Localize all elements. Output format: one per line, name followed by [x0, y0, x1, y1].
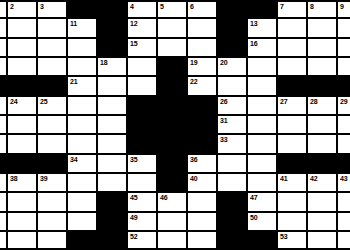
white-cell[interactable] [0, 19, 8, 38]
white-cell[interactable]: 33 [218, 135, 248, 154]
white-cell[interactable]: 47 [248, 193, 278, 212]
white-cell[interactable] [38, 135, 68, 154]
white-cell[interactable] [338, 58, 350, 77]
white-cell[interactable]: 13 [248, 19, 278, 38]
clue-number: 39 [40, 175, 47, 182]
black-cell [158, 77, 188, 96]
clue-number: 42 [310, 175, 317, 182]
black-cell [338, 77, 350, 96]
clue-number: 21 [70, 78, 77, 85]
black-cell [98, 232, 128, 250]
clue-number: 31 [220, 117, 227, 124]
white-cell[interactable]: 18 [98, 58, 128, 77]
white-cell[interactable]: 12 [128, 19, 158, 38]
white-cell[interactable]: 36 [188, 155, 218, 174]
white-cell[interactable] [188, 39, 218, 58]
white-cell[interactable] [68, 193, 98, 212]
white-cell[interactable] [308, 19, 338, 38]
white-cell[interactable]: 29 [338, 97, 350, 116]
white-cell[interactable]: 21 [68, 77, 98, 96]
white-cell[interactable] [0, 193, 8, 212]
white-cell[interactable] [158, 19, 188, 38]
black-cell [68, 0, 98, 19]
white-cell[interactable] [278, 213, 308, 232]
black-cell [8, 77, 38, 96]
clue-number: 15 [130, 40, 137, 47]
black-cell [0, 155, 8, 174]
white-cell[interactable] [338, 213, 350, 232]
clue-number: 22 [190, 78, 197, 85]
white-cell[interactable]: 4 [128, 0, 158, 19]
white-cell[interactable]: 7 [278, 0, 308, 19]
black-cell [158, 58, 188, 77]
clue-number: 41 [280, 175, 287, 182]
white-cell[interactable] [38, 19, 68, 38]
white-cell[interactable] [68, 174, 98, 193]
white-cell[interactable]: 41 [278, 174, 308, 193]
black-cell [68, 232, 98, 250]
clue-number: 19 [190, 59, 197, 66]
black-cell [278, 155, 308, 174]
black-cell [98, 213, 128, 232]
white-cell[interactable]: 49 [128, 213, 158, 232]
black-cell [218, 0, 248, 19]
white-cell[interactable]: 52 [128, 232, 158, 250]
clue-number: 6 [190, 3, 194, 10]
white-cell[interactable] [308, 232, 338, 250]
black-cell [338, 155, 350, 174]
black-cell [158, 97, 188, 116]
crossword-grid: 2345678911121315161819202122242526272829… [0, 0, 350, 250]
white-cell[interactable] [0, 174, 8, 193]
white-cell[interactable]: 26 [218, 97, 248, 116]
clue-number: 24 [10, 98, 17, 105]
white-cell[interactable] [278, 116, 308, 135]
clue-number: 4 [130, 3, 134, 10]
black-cell [98, 39, 128, 58]
white-cell[interactable]: 50 [248, 213, 278, 232]
clue-number: 38 [10, 175, 17, 182]
white-cell[interactable]: 11 [68, 19, 98, 38]
white-cell[interactable] [248, 77, 278, 96]
white-cell[interactable]: 9 [338, 0, 350, 19]
black-cell [218, 213, 248, 232]
white-cell[interactable] [308, 58, 338, 77]
white-cell[interactable] [338, 116, 350, 135]
white-cell[interactable] [338, 135, 350, 154]
white-cell[interactable] [0, 58, 8, 77]
white-cell[interactable] [338, 193, 350, 212]
white-cell[interactable] [0, 213, 8, 232]
white-cell[interactable]: 5 [158, 0, 188, 19]
white-cell[interactable] [98, 97, 128, 116]
black-cell [128, 97, 158, 116]
white-cell[interactable]: 45 [128, 193, 158, 212]
clue-number: 34 [70, 156, 77, 163]
white-cell[interactable] [8, 135, 38, 154]
white-cell[interactable]: 38 [8, 174, 38, 193]
white-cell[interactable]: 15 [128, 39, 158, 58]
black-cell [158, 135, 188, 154]
white-cell[interactable] [278, 193, 308, 212]
white-cell[interactable] [188, 232, 218, 250]
clue-number: 26 [220, 98, 227, 105]
white-cell[interactable]: 20 [218, 58, 248, 77]
white-cell[interactable] [8, 19, 38, 38]
white-cell[interactable] [68, 213, 98, 232]
clue-number: 2 [10, 3, 14, 10]
white-cell[interactable] [68, 135, 98, 154]
white-cell[interactable] [8, 58, 38, 77]
white-cell[interactable] [38, 39, 68, 58]
white-cell[interactable] [308, 135, 338, 154]
clue-number: 50 [250, 214, 257, 221]
white-cell[interactable]: 31 [218, 116, 248, 135]
black-cell [218, 39, 248, 58]
white-cell[interactable] [278, 58, 308, 77]
white-cell[interactable]: 53 [278, 232, 308, 250]
white-cell[interactable]: 34 [68, 155, 98, 174]
black-cell [248, 232, 278, 250]
white-cell[interactable] [0, 0, 8, 19]
black-cell [188, 135, 218, 154]
clue-number: 8 [310, 3, 314, 10]
white-cell[interactable]: 8 [308, 0, 338, 19]
white-cell[interactable] [128, 77, 158, 96]
white-cell[interactable]: 46 [158, 193, 188, 212]
white-cell[interactable] [98, 116, 128, 135]
white-cell[interactable]: 43 [338, 174, 350, 193]
black-cell [278, 77, 308, 96]
white-cell[interactable] [68, 97, 98, 116]
white-cell[interactable]: 25 [38, 97, 68, 116]
white-cell[interactable]: 2 [8, 0, 38, 19]
white-cell[interactable] [338, 39, 350, 58]
white-cell[interactable] [248, 97, 278, 116]
white-cell[interactable] [308, 213, 338, 232]
clue-number: 25 [40, 98, 47, 105]
white-cell[interactable]: 6 [188, 0, 218, 19]
clue-number: 18 [100, 59, 107, 66]
black-cell [98, 19, 128, 38]
white-cell[interactable] [218, 155, 248, 174]
white-cell[interactable] [278, 39, 308, 58]
clue-number: 40 [190, 175, 197, 182]
black-cell [98, 193, 128, 212]
clue-number: 20 [220, 59, 227, 66]
white-cell[interactable] [8, 193, 38, 212]
clue-number: 47 [250, 194, 257, 201]
black-cell [98, 0, 128, 19]
black-cell [38, 155, 68, 174]
black-cell [0, 77, 8, 96]
white-cell[interactable]: 27 [278, 97, 308, 116]
white-cell[interactable] [128, 174, 158, 193]
white-cell[interactable] [338, 19, 350, 38]
white-cell[interactable]: 35 [128, 155, 158, 174]
white-cell[interactable] [68, 58, 98, 77]
clue-number: 9 [340, 3, 344, 10]
black-cell [158, 174, 188, 193]
white-cell[interactable] [68, 39, 98, 58]
white-cell[interactable]: 24 [8, 97, 38, 116]
white-cell[interactable] [308, 39, 338, 58]
clue-number: 36 [190, 156, 197, 163]
clue-number: 35 [130, 156, 137, 163]
white-cell[interactable] [0, 232, 8, 250]
clue-number: 11 [70, 20, 77, 27]
white-cell[interactable] [98, 135, 128, 154]
white-cell[interactable] [68, 116, 98, 135]
black-cell [218, 19, 248, 38]
white-cell[interactable] [98, 155, 128, 174]
white-cell[interactable]: 28 [308, 97, 338, 116]
white-cell[interactable] [128, 58, 158, 77]
black-cell [158, 116, 188, 135]
black-cell [248, 0, 278, 19]
black-cell [8, 155, 38, 174]
clue-number: 29 [340, 98, 347, 105]
white-cell[interactable]: 3 [38, 0, 68, 19]
white-cell[interactable] [38, 213, 68, 232]
clue-number: 7 [280, 3, 284, 10]
white-cell[interactable] [248, 135, 278, 154]
white-cell[interactable]: 16 [248, 39, 278, 58]
clue-number: 33 [220, 136, 227, 143]
white-cell[interactable] [188, 19, 218, 38]
white-cell[interactable]: 40 [188, 174, 218, 193]
white-cell[interactable] [278, 19, 308, 38]
black-cell [218, 193, 248, 212]
clue-number: 49 [130, 214, 137, 221]
black-cell [38, 77, 68, 96]
white-cell[interactable] [278, 135, 308, 154]
white-cell[interactable] [248, 58, 278, 77]
white-cell[interactable] [8, 39, 38, 58]
clue-number: 45 [130, 194, 137, 201]
clue-number: 53 [280, 233, 287, 240]
black-cell [188, 97, 218, 116]
black-cell [218, 232, 248, 250]
white-cell[interactable] [0, 97, 8, 116]
clue-number: 3 [40, 3, 44, 10]
white-cell[interactable] [0, 135, 8, 154]
white-cell[interactable] [308, 116, 338, 135]
white-cell[interactable] [338, 232, 350, 250]
clue-number: 12 [130, 20, 137, 27]
white-cell[interactable] [98, 77, 128, 96]
clue-number: 52 [130, 233, 137, 240]
white-cell[interactable]: 19 [188, 58, 218, 77]
clue-number: 13 [250, 20, 257, 27]
white-cell[interactable] [0, 39, 8, 58]
white-cell[interactable] [8, 116, 38, 135]
clue-number: 46 [160, 194, 167, 201]
white-cell[interactable] [8, 213, 38, 232]
white-cell[interactable] [38, 232, 68, 250]
white-cell[interactable] [188, 213, 218, 232]
white-cell[interactable] [248, 116, 278, 135]
black-cell [308, 155, 338, 174]
white-cell[interactable] [158, 39, 188, 58]
white-cell[interactable] [218, 77, 248, 96]
white-cell[interactable] [38, 116, 68, 135]
black-cell [128, 116, 158, 135]
crossword-puzzle: 2345678911121315161819202122242526272829… [0, 0, 350, 250]
white-cell[interactable] [8, 232, 38, 250]
white-cell[interactable]: 39 [38, 174, 68, 193]
white-cell[interactable] [38, 193, 68, 212]
black-cell [128, 135, 158, 154]
clue-number: 16 [250, 40, 257, 47]
clue-number: 5 [160, 3, 164, 10]
white-cell[interactable] [0, 116, 8, 135]
white-cell[interactable] [158, 213, 188, 232]
white-cell[interactable] [158, 232, 188, 250]
clue-number: 28 [310, 98, 317, 105]
white-cell[interactable] [248, 155, 278, 174]
white-cell[interactable]: 22 [188, 77, 218, 96]
white-cell[interactable] [248, 174, 278, 193]
white-cell[interactable] [98, 174, 128, 193]
clue-number: 27 [280, 98, 287, 105]
black-cell [158, 155, 188, 174]
white-cell[interactable]: 42 [308, 174, 338, 193]
white-cell[interactable] [38, 58, 68, 77]
black-cell [308, 77, 338, 96]
black-cell [188, 116, 218, 135]
white-cell[interactable] [188, 193, 218, 212]
clue-number: 43 [340, 175, 347, 182]
white-cell[interactable] [308, 193, 338, 212]
white-cell[interactable] [218, 174, 248, 193]
